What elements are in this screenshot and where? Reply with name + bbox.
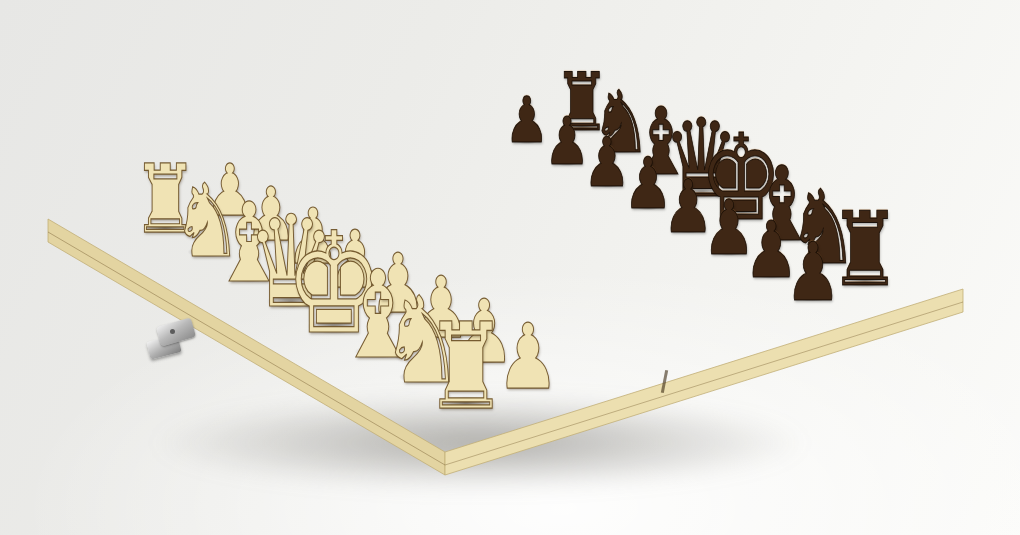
board-side-faces [0,0,1020,535]
latch-pin [170,329,175,334]
chess-set-photo: AA11BB22CC33DD44EE55FF66GG77HH88 ♜♞♝♛♚♝♞… [0,0,1020,535]
latch-plate [156,317,196,346]
board-edge-face-left [48,219,445,475]
latch [146,316,204,370]
board-edge-face-right [445,289,963,475]
